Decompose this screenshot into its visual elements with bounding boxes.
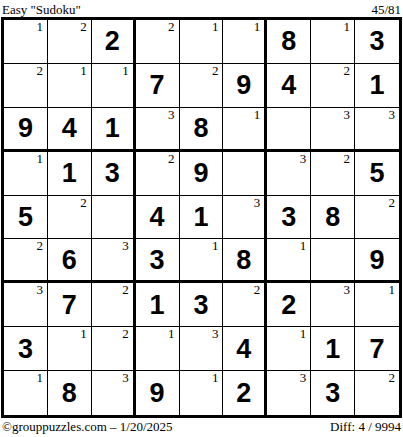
cell-r1c9[interactable]: 3 <box>355 20 399 64</box>
cell-r9c6[interactable]: 2 <box>223 371 267 415</box>
cell-value: 3 <box>355 20 399 63</box>
cell-r6c2[interactable]: 6 <box>48 239 92 283</box>
cell-value: 2 <box>92 20 133 63</box>
cell-r6c5[interactable]: 1 <box>180 239 224 283</box>
cell-r5c1[interactable]: 5 <box>4 196 48 240</box>
cell-value: 8 <box>48 371 91 415</box>
cell-r7c4[interactable]: 1 <box>136 283 180 327</box>
cell-value: 2 <box>267 283 310 326</box>
cell-r2c5[interactable]: 2 <box>180 64 224 108</box>
cell-r1c2[interactable]: 2 <box>48 20 92 64</box>
cell-r3c9[interactable]: 3 <box>355 108 399 152</box>
cell-r5c7[interactable]: 3 <box>267 196 311 240</box>
cell-r5c6[interactable]: 3 <box>223 196 267 240</box>
pencil-mark: 1 <box>36 19 43 34</box>
cell-r2c9[interactable]: 1 <box>355 64 399 108</box>
pencil-mark: 2 <box>36 63 43 78</box>
pencil-mark: 2 <box>168 19 175 34</box>
cell-value: 3 <box>92 152 133 195</box>
cell-value: 3 <box>4 327 47 370</box>
cell-value: 9 <box>223 64 264 107</box>
cell-r5c8[interactable]: 8 <box>311 196 355 240</box>
cell-r6c1[interactable]: 2 <box>4 239 48 283</box>
cell-r6c3[interactable]: 3 <box>92 239 136 283</box>
cell-r7c5[interactable]: 3 <box>180 283 224 327</box>
cell-r6c6[interactable]: 8 <box>223 239 267 283</box>
page-title: Easy "Sudoku" <box>2 2 81 17</box>
cell-r3c3[interactable]: 1 <box>92 108 136 152</box>
cell-value: 3 <box>267 196 310 239</box>
cell-value: 3 <box>136 239 179 280</box>
cell-r1c4[interactable]: 2 <box>136 20 180 64</box>
cell-value: 9 <box>4 108 47 149</box>
cell-r9c3[interactable]: 3 <box>92 371 136 415</box>
pencil-mark: 3 <box>300 370 307 385</box>
cell-r4c3[interactable]: 3 <box>92 152 136 196</box>
cell-r3c5[interactable]: 8 <box>180 108 224 152</box>
cell-value: 9 <box>180 152 223 195</box>
cell-r9c1[interactable]: 1 <box>4 371 48 415</box>
cell-value: 1 <box>48 152 91 195</box>
pencil-mark: 1 <box>254 107 261 122</box>
cell-r9c2[interactable]: 8 <box>48 371 92 415</box>
cell-r6c9[interactable]: 9 <box>355 239 399 283</box>
cell-r4c7[interactable]: 3 <box>267 152 311 196</box>
pencil-mark: 1 <box>300 238 307 253</box>
pencil-mark: 2 <box>168 151 175 166</box>
cell-r4c9[interactable]: 5 <box>355 152 399 196</box>
cell-r7c7[interactable]: 2 <box>267 283 311 327</box>
cell-value: 9 <box>136 371 179 415</box>
cell-r3c2[interactable]: 4 <box>48 108 92 152</box>
page-footer: ©grouppuzzles.com – 1/20/2025 Diff: 4 / … <box>0 418 403 434</box>
cell-value: 5 <box>4 196 47 239</box>
difficulty-text: Diff: 4 / 9994 <box>330 419 401 434</box>
cell-value: 8 <box>267 20 310 63</box>
pencil-mark: 3 <box>212 326 219 341</box>
cell-value: 7 <box>136 64 179 107</box>
cell-r8c4[interactable]: 1 <box>136 327 180 371</box>
pencil-mark: 3 <box>122 238 129 253</box>
cell-r4c5[interactable]: 9 <box>180 152 224 196</box>
pencil-mark: 2 <box>80 195 87 210</box>
cell-r2c4[interactable]: 7 <box>136 64 180 108</box>
pencil-mark: 3 <box>122 370 129 385</box>
cell-r9c9[interactable]: 2 <box>355 371 399 415</box>
cell-r1c1[interactable]: 1 <box>4 20 48 64</box>
pencil-mark: 3 <box>344 107 351 122</box>
pencil-mark: 3 <box>344 282 351 297</box>
cell-r1c8[interactable]: 1 <box>311 20 355 64</box>
cell-r7c9[interactable]: 1 <box>355 283 399 327</box>
cell-r8c5[interactable]: 3 <box>180 327 224 371</box>
cell-value: 4 <box>223 327 264 370</box>
cell-value: 1 <box>180 196 223 239</box>
cell-r2c8[interactable]: 2 <box>311 64 355 108</box>
cell-r7c8[interactable]: 3 <box>311 283 355 327</box>
pencil-mark: 3 <box>168 107 175 122</box>
pencil-mark: 1 <box>212 370 219 385</box>
pencil-mark: 1 <box>389 282 396 297</box>
cell-value: 6 <box>48 239 91 280</box>
pencil-mark: 2 <box>122 282 129 297</box>
cell-r8c1[interactable]: 3 <box>4 327 48 371</box>
cell-r4c6[interactable] <box>223 152 267 196</box>
cell-r7c3[interactable]: 2 <box>92 283 136 327</box>
cell-r1c7[interactable]: 8 <box>267 20 311 64</box>
cell-value: 1 <box>92 108 133 149</box>
cell-value: 4 <box>267 64 310 107</box>
cell-r7c1[interactable]: 3 <box>4 283 48 327</box>
cell-r1c5[interactable]: 1 <box>180 20 224 64</box>
cell-value: 4 <box>136 196 179 239</box>
page-header: Easy "Sudoku" 45/81 <box>0 0 403 17</box>
pencil-mark: 1 <box>36 151 43 166</box>
cell-r8c9[interactable]: 7 <box>355 327 399 371</box>
cell-value: 7 <box>355 327 399 370</box>
cell-value: 3 <box>180 283 223 326</box>
pencil-mark: 2 <box>212 63 219 78</box>
cell-r8c3[interactable]: 2 <box>92 327 136 371</box>
pencil-mark: 1 <box>254 19 261 34</box>
cell-r3c1[interactable]: 9 <box>4 108 48 152</box>
cell-r4c8[interactable]: 2 <box>311 152 355 196</box>
pencil-mark: 1 <box>80 326 87 341</box>
cell-value: 1 <box>136 283 179 326</box>
cell-r3c4[interactable]: 3 <box>136 108 180 152</box>
pencil-mark: 1 <box>212 19 219 34</box>
pencil-mark: 1 <box>344 19 351 34</box>
cell-value: 8 <box>180 108 223 149</box>
cell-value: 1 <box>311 327 354 370</box>
cell-r1c6[interactable]: 1 <box>223 20 267 64</box>
sudoku-board: 1222118132117294219413813311329325524133… <box>1 17 402 418</box>
cell-r2c3[interactable]: 1 <box>92 64 136 108</box>
cell-r5c9[interactable]: 2 <box>355 196 399 240</box>
cell-r3c7[interactable] <box>267 108 311 152</box>
cell-r7c6[interactable]: 2 <box>223 283 267 327</box>
cell-value: 7 <box>48 283 91 326</box>
pencil-mark: 3 <box>254 195 261 210</box>
cell-r9c4[interactable]: 9 <box>136 371 180 415</box>
cell-r9c5[interactable]: 1 <box>180 371 224 415</box>
pencil-mark: 2 <box>80 19 87 34</box>
cell-value: 9 <box>355 239 399 280</box>
pencil-mark: 3 <box>300 151 307 166</box>
cell-r4c4[interactable]: 2 <box>136 152 180 196</box>
pencil-mark: 1 <box>122 63 129 78</box>
cell-value: 4 <box>48 108 91 149</box>
cell-value: 5 <box>355 152 399 195</box>
cell-r8c7[interactable]: 1 <box>267 327 311 371</box>
cell-r4c1[interactable]: 1 <box>4 152 48 196</box>
cell-r7c2[interactable]: 7 <box>48 283 92 327</box>
sudoku-page: Easy "Sudoku" 45/81 12221181321172942194… <box>0 0 403 437</box>
pencil-mark: 1 <box>168 326 175 341</box>
cell-r6c4[interactable]: 3 <box>136 239 180 283</box>
pencil-mark: 2 <box>122 326 129 341</box>
cell-value: 8 <box>311 196 354 239</box>
cell-r2c1[interactable]: 2 <box>4 64 48 108</box>
cell-r3c6[interactable]: 1 <box>223 108 267 152</box>
pencil-mark: 2 <box>389 195 396 210</box>
cell-r5c3[interactable] <box>92 196 136 240</box>
filled-counter: 45/81 <box>371 2 401 17</box>
cell-r9c7[interactable]: 3 <box>267 371 311 415</box>
cell-r5c5[interactable]: 1 <box>180 196 224 240</box>
pencil-mark: 2 <box>389 370 396 385</box>
pencil-mark: 2 <box>344 63 351 78</box>
pencil-mark: 3 <box>389 107 396 122</box>
pencil-mark: 2 <box>36 238 43 253</box>
pencil-mark: 1 <box>300 326 307 341</box>
cell-r2c7[interactable]: 4 <box>267 64 311 108</box>
pencil-mark: 3 <box>36 282 43 297</box>
cell-r2c6[interactable]: 9 <box>223 64 267 108</box>
cell-r8c6[interactable]: 4 <box>223 327 267 371</box>
cell-r4c2[interactable]: 1 <box>48 152 92 196</box>
copyright-text: ©grouppuzzles.com – 1/20/2025 <box>2 419 173 434</box>
cell-value: 2 <box>223 371 264 415</box>
cell-r8c2[interactable]: 1 <box>48 327 92 371</box>
cell-r5c2[interactable]: 2 <box>48 196 92 240</box>
cell-r9c8[interactable]: 3 <box>311 371 355 415</box>
cell-r5c4[interactable]: 4 <box>136 196 180 240</box>
pencil-mark: 1 <box>36 370 43 385</box>
cell-r6c7[interactable]: 1 <box>267 239 311 283</box>
pencil-mark: 2 <box>254 282 261 297</box>
cell-r3c8[interactable]: 3 <box>311 108 355 152</box>
cell-value: 3 <box>311 371 354 415</box>
cell-r8c8[interactable]: 1 <box>311 327 355 371</box>
cell-r2c2[interactable]: 1 <box>48 64 92 108</box>
pencil-mark: 1 <box>80 63 87 78</box>
cell-r1c3[interactable]: 2 <box>92 20 136 64</box>
cell-value: 1 <box>355 64 399 107</box>
cell-value: 8 <box>223 239 264 280</box>
pencil-mark: 2 <box>344 151 351 166</box>
cell-r6c8[interactable] <box>311 239 355 283</box>
pencil-mark: 1 <box>212 238 219 253</box>
